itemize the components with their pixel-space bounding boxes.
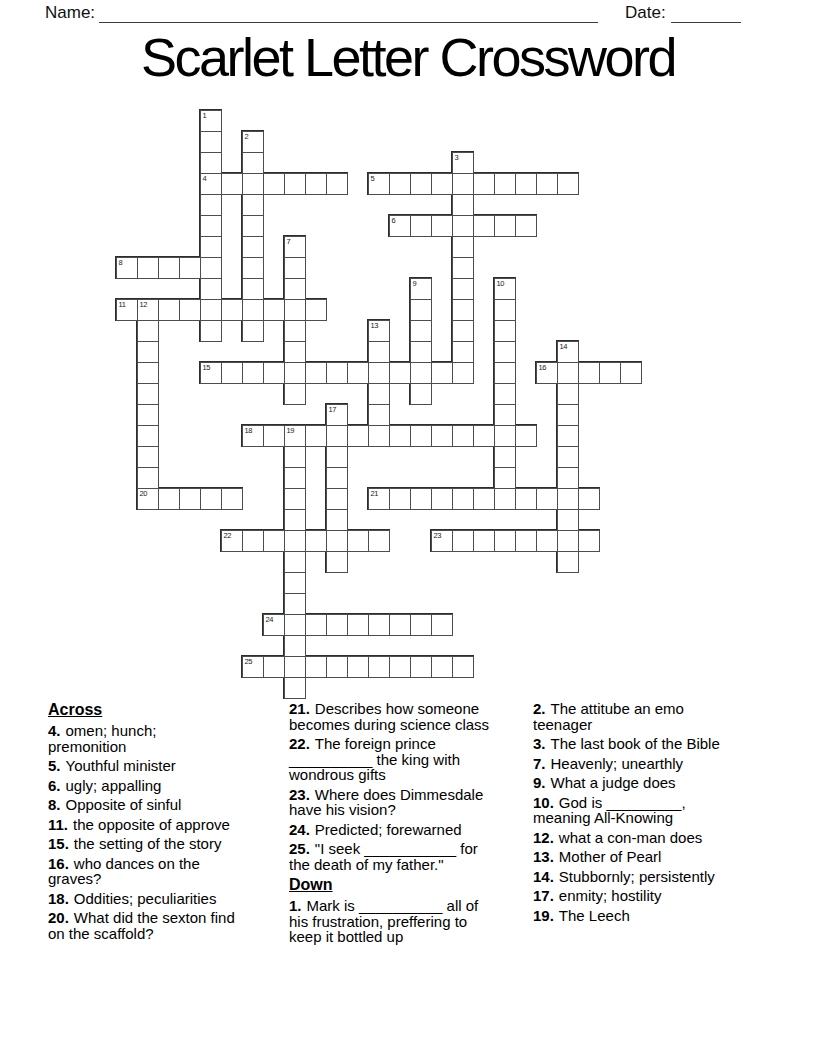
- grid-cell[interactable]: [410, 488, 432, 510]
- grid-cell[interactable]: [473, 425, 495, 447]
- grid-cell[interactable]: [410, 320, 432, 342]
- grid-cell[interactable]: [200, 152, 222, 174]
- clue-item: 11.the opposite of approve: [48, 817, 263, 833]
- clue-item-number: 1.: [289, 897, 302, 914]
- grid-cell[interactable]: [326, 656, 348, 678]
- clue-item-number: 19.: [533, 907, 554, 924]
- clue-item-number: 2.: [533, 700, 546, 717]
- grid-cell[interactable]: [347, 530, 369, 552]
- grid-cell[interactable]: 16: [536, 362, 558, 384]
- clue-item: 1.Mark is __________ all of his frustrat…: [289, 898, 507, 945]
- grid-cell[interactable]: 6: [389, 215, 411, 237]
- grid-cell[interactable]: [431, 656, 453, 678]
- clue-item-number: 11.: [48, 816, 68, 833]
- grid-cell[interactable]: [557, 404, 579, 426]
- grid-cell[interactable]: [242, 299, 264, 321]
- grid-cell[interactable]: [473, 530, 495, 552]
- clue-number: 25: [245, 658, 253, 666]
- clue-item: 5.Youthful minister: [48, 758, 263, 774]
- grid-cell[interactable]: [452, 215, 474, 237]
- grid-cell[interactable]: [347, 425, 369, 447]
- grid-cell[interactable]: [263, 299, 285, 321]
- grid-cell[interactable]: [284, 299, 306, 321]
- clue-item: 9.What a judge does: [533, 775, 757, 791]
- grid-cell[interactable]: [515, 173, 537, 195]
- grid-cell[interactable]: [368, 614, 390, 636]
- grid-cell[interactable]: [557, 362, 579, 384]
- grid-cell[interactable]: [284, 257, 306, 279]
- grid-cell[interactable]: [200, 299, 222, 321]
- grid-cell[interactable]: [368, 530, 390, 552]
- clue-item-text: who dances on the graves?: [48, 855, 200, 888]
- clue-item-number: 7.: [533, 755, 546, 772]
- clue-item: 14.Stubbornly; persistently: [533, 869, 757, 885]
- grid-cell[interactable]: [284, 341, 306, 363]
- worksheet-page: Name: Date: Scarlet Letter Crossword 142…: [0, 0, 816, 1056]
- grid-cell[interactable]: [368, 383, 390, 405]
- clue-item-number: 22.: [289, 735, 310, 752]
- clue-item-number: 15.: [48, 835, 69, 852]
- clue-item: 13.Mother of Pearl: [533, 849, 757, 865]
- clue-number: 7: [287, 238, 291, 246]
- grid-cell[interactable]: [494, 425, 516, 447]
- grid-cell[interactable]: [473, 215, 495, 237]
- grid-cell[interactable]: [305, 362, 327, 384]
- grid-cell[interactable]: [158, 299, 180, 321]
- grid-cell[interactable]: [284, 677, 306, 699]
- grid-cell[interactable]: [326, 530, 348, 552]
- grid-cell[interactable]: [137, 257, 159, 279]
- clue-item-text: Predicted; forewarned: [315, 821, 462, 838]
- grid-cell[interactable]: [284, 383, 306, 405]
- clue-item-number: 18.: [48, 890, 69, 907]
- clue-item-text: Describes how someone becomes during sci…: [289, 700, 489, 733]
- clue-item-text: The Leech: [559, 907, 630, 924]
- grid-cell[interactable]: [452, 488, 474, 510]
- grid-cell[interactable]: [284, 488, 306, 510]
- clue-item: 3.The last book of the Bible: [533, 736, 757, 752]
- grid-cell[interactable]: [452, 320, 474, 342]
- clue-number: 14: [560, 343, 568, 351]
- clue-number: 24: [266, 616, 274, 624]
- clue-item-number: 3.: [533, 735, 546, 752]
- grid-cell[interactable]: [515, 488, 537, 510]
- clue-number: 5: [371, 175, 375, 183]
- grid-cell[interactable]: [326, 467, 348, 489]
- clue-item-text: Mark is __________ all of his frustratio…: [289, 897, 478, 945]
- grid-cell[interactable]: [452, 362, 474, 384]
- grid-cell[interactable]: [347, 362, 369, 384]
- grid-cell[interactable]: [389, 488, 411, 510]
- grid-cell[interactable]: [305, 299, 327, 321]
- clue-section-header: Across: [48, 701, 263, 718]
- grid-cell[interactable]: [200, 215, 222, 237]
- grid-cell[interactable]: [242, 362, 264, 384]
- grid-cell[interactable]: [326, 446, 348, 468]
- grid-cell[interactable]: [578, 362, 600, 384]
- clue-number: 6: [392, 217, 396, 225]
- clue-item-number: 12.: [533, 829, 554, 846]
- grid-cell[interactable]: [137, 425, 159, 447]
- grid-cell[interactable]: [368, 341, 390, 363]
- grid-cell[interactable]: [494, 530, 516, 552]
- clue-column: 21.Describes how someone becomes during …: [289, 701, 507, 949]
- clue-item: 16.who dances on the graves?: [48, 856, 263, 887]
- clue-item-text: the setting of the story: [74, 835, 222, 852]
- clue-item-text: Opposite of sinful: [66, 796, 182, 813]
- clue-item: 25."I seek ___________ for the death of …: [289, 841, 507, 872]
- grid-cell[interactable]: [158, 488, 180, 510]
- grid-cell[interactable]: [137, 362, 159, 384]
- grid-cell[interactable]: [557, 425, 579, 447]
- grid-cell[interactable]: [578, 530, 600, 552]
- grid-cell[interactable]: [347, 656, 369, 678]
- grid-cell[interactable]: [242, 257, 264, 279]
- grid-cell[interactable]: 1: [200, 110, 222, 132]
- grid-cell[interactable]: [179, 488, 201, 510]
- grid-cell[interactable]: [326, 551, 348, 573]
- clue-item-number: 8.: [48, 796, 61, 813]
- grid-cell[interactable]: [305, 173, 327, 195]
- clue-item-text: Heavenly; unearthly: [551, 755, 684, 772]
- clue-column: 2.The attitube an emo teenager3.The last…: [533, 701, 757, 927]
- clue-number: 12: [140, 301, 148, 309]
- grid-cell[interactable]: [494, 215, 516, 237]
- clue-item: 7.Heavenly; unearthly: [533, 756, 757, 772]
- grid-cell[interactable]: [242, 530, 264, 552]
- grid-cell[interactable]: [137, 341, 159, 363]
- grid-cell[interactable]: [536, 530, 558, 552]
- grid-cell[interactable]: [410, 341, 432, 363]
- grid-cell[interactable]: [347, 614, 369, 636]
- grid-cell[interactable]: [242, 236, 264, 258]
- clue-number: 19: [287, 427, 295, 435]
- grid-cell[interactable]: 7: [284, 236, 306, 258]
- clue-item-text: Youthful minister: [66, 757, 176, 774]
- clue-number: 2: [245, 133, 249, 141]
- grid-cell[interactable]: 23: [431, 530, 453, 552]
- grid-cell[interactable]: [137, 404, 159, 426]
- grid-cell[interactable]: [431, 614, 453, 636]
- clue-number: 10: [497, 280, 505, 288]
- grid-cell[interactable]: [494, 488, 516, 510]
- clue-number: 1: [203, 112, 207, 120]
- grid-cell[interactable]: [305, 656, 327, 678]
- grid-cell[interactable]: [305, 530, 327, 552]
- grid-cell[interactable]: [284, 173, 306, 195]
- clue-item: 10.God is _________, meaning All-Knowing: [533, 795, 757, 826]
- grid-cell[interactable]: [284, 593, 306, 615]
- grid-cell[interactable]: 24: [263, 614, 285, 636]
- grid-cell[interactable]: [368, 656, 390, 678]
- grid-cell[interactable]: [221, 299, 243, 321]
- clue-item-text: The last book of the Bible: [551, 735, 720, 752]
- clue-item-text: the opposite of approve: [73, 816, 230, 833]
- grid-cell[interactable]: [200, 320, 222, 342]
- grid-cell[interactable]: [284, 572, 306, 594]
- grid-cell[interactable]: [284, 551, 306, 573]
- grid-cell[interactable]: [494, 341, 516, 363]
- grid-cell[interactable]: [620, 362, 642, 384]
- grid-cell[interactable]: [431, 425, 453, 447]
- grid-cell[interactable]: [137, 320, 159, 342]
- grid-cell[interactable]: [494, 383, 516, 405]
- grid-cell[interactable]: [284, 635, 306, 657]
- clue-item: 21.Describes how someone becomes during …: [289, 701, 507, 732]
- clue-item: 19.The Leech: [533, 908, 757, 924]
- grid-cell[interactable]: [452, 278, 474, 300]
- grid-cell[interactable]: 14: [557, 341, 579, 363]
- grid-cell[interactable]: [452, 236, 474, 258]
- clue-number: 16: [539, 364, 547, 372]
- grid-cell[interactable]: [557, 446, 579, 468]
- grid-cell[interactable]: [494, 173, 516, 195]
- grid-cell[interactable]: [200, 488, 222, 510]
- clue-number: 22: [224, 532, 232, 540]
- clue-item-text: What a judge does: [551, 774, 676, 791]
- grid-cell[interactable]: [263, 656, 285, 678]
- clue-item-number: 24.: [289, 821, 310, 838]
- grid-cell[interactable]: 4: [200, 173, 222, 195]
- grid-cell[interactable]: [179, 299, 201, 321]
- grid-cell[interactable]: [452, 530, 474, 552]
- clue-number: 15: [203, 364, 211, 372]
- grid-cell[interactable]: [137, 467, 159, 489]
- clue-item: 17.enmity; hostility: [533, 888, 757, 904]
- grid-cell[interactable]: 13: [368, 320, 390, 342]
- grid-cell[interactable]: [221, 362, 243, 384]
- grid-cell[interactable]: [263, 362, 285, 384]
- grid-cell[interactable]: [515, 425, 537, 447]
- grid-cell[interactable]: [242, 320, 264, 342]
- crossword-grid: 1423567891011122013141516171819212223242…: [0, 0, 816, 700]
- grid-cell[interactable]: [389, 425, 411, 447]
- grid-cell[interactable]: [494, 362, 516, 384]
- clue-number: 11: [119, 301, 126, 309]
- clue-item-text: The attitube an emo teenager: [533, 700, 684, 733]
- clue-number: 21: [371, 490, 379, 498]
- grid-cell[interactable]: [431, 488, 453, 510]
- grid-cell[interactable]: 20: [137, 488, 159, 510]
- grid-cell[interactable]: 17: [326, 404, 348, 426]
- grid-cell[interactable]: [389, 173, 411, 195]
- grid-cell[interactable]: [242, 152, 264, 174]
- grid-cell[interactable]: [452, 656, 474, 678]
- grid-cell[interactable]: [284, 278, 306, 300]
- grid-cell[interactable]: 22: [221, 530, 243, 552]
- clue-item-text: Oddities; peculiarities: [74, 890, 217, 907]
- clue-item: 20.What did the sexton find on the scaff…: [48, 910, 263, 941]
- grid-cell[interactable]: [452, 257, 474, 279]
- grid-cell[interactable]: 8: [116, 257, 138, 279]
- grid-cell[interactable]: [389, 614, 411, 636]
- clue-item-number: 25.: [289, 840, 310, 857]
- grid-cell[interactable]: 21: [368, 488, 390, 510]
- clue-number: 4: [203, 175, 207, 183]
- clue-number: 9: [413, 280, 417, 288]
- clue-item-number: 16.: [48, 855, 69, 872]
- clue-item-number: 21.: [289, 700, 310, 717]
- grid-cell[interactable]: 11: [116, 299, 138, 321]
- grid-cell[interactable]: [284, 530, 306, 552]
- clue-item-text: "I seek ___________ for the death of my …: [289, 840, 478, 873]
- clue-item: 2.The attitube an emo teenager: [533, 701, 757, 732]
- clue-item-text: omen; hunch; premonition: [48, 722, 156, 755]
- grid-cell[interactable]: 3: [452, 152, 474, 174]
- clue-number: 17: [329, 406, 337, 414]
- grid-cell[interactable]: [326, 614, 348, 636]
- grid-cell[interactable]: 25: [242, 656, 264, 678]
- grid-cell[interactable]: [326, 425, 348, 447]
- grid-cell[interactable]: [578, 488, 600, 510]
- clue-item: 8.Opposite of sinful: [48, 797, 263, 813]
- grid-cell[interactable]: [452, 425, 474, 447]
- grid-cell[interactable]: [557, 551, 579, 573]
- grid-cell[interactable]: [284, 467, 306, 489]
- clue-item-text: what a con-man does: [559, 829, 702, 846]
- grid-cell[interactable]: [452, 299, 474, 321]
- grid-cell[interactable]: [515, 530, 537, 552]
- grid-cell[interactable]: [305, 614, 327, 636]
- grid-cell[interactable]: [431, 215, 453, 237]
- grid-cell[interactable]: [179, 257, 201, 279]
- grid-cell[interactable]: [494, 299, 516, 321]
- grid-cell[interactable]: [263, 425, 285, 447]
- grid-cell[interactable]: [221, 488, 243, 510]
- grid-cell[interactable]: [473, 488, 495, 510]
- grid-cell[interactable]: [410, 425, 432, 447]
- clue-number: 18: [245, 427, 253, 435]
- grid-cell[interactable]: [368, 362, 390, 384]
- grid-cell[interactable]: 19: [284, 425, 306, 447]
- grid-cell[interactable]: [431, 173, 453, 195]
- clue-number: 8: [119, 259, 123, 267]
- grid-cell[interactable]: [284, 614, 306, 636]
- grid-cell[interactable]: [410, 299, 432, 321]
- grid-cell[interactable]: [284, 446, 306, 468]
- grid-cell[interactable]: [410, 173, 432, 195]
- clue-item: 6.ugly; appalling: [48, 778, 263, 794]
- grid-cell[interactable]: [431, 362, 453, 384]
- grid-cell[interactable]: [473, 173, 495, 195]
- grid-cell[interactable]: [368, 425, 390, 447]
- grid-cell[interactable]: [515, 215, 537, 237]
- grid-cell[interactable]: [326, 488, 348, 510]
- grid-cell[interactable]: [200, 236, 222, 258]
- clue-item-number: 4.: [48, 722, 61, 739]
- grid-cell[interactable]: [200, 257, 222, 279]
- clue-item-text: Stubbornly; persistently: [559, 868, 715, 885]
- grid-cell[interactable]: [410, 215, 432, 237]
- grid-cell[interactable]: [536, 488, 558, 510]
- clue-item-text: Mother of Pearl: [559, 848, 662, 865]
- grid-cell[interactable]: [200, 194, 222, 216]
- clue-item-text: ugly; appalling: [66, 777, 162, 794]
- grid-cell[interactable]: [305, 425, 327, 447]
- grid-cell[interactable]: [410, 614, 432, 636]
- clue-item: 24.Predicted; forewarned: [289, 822, 507, 838]
- grid-cell[interactable]: [452, 173, 474, 195]
- grid-cell[interactable]: [326, 362, 348, 384]
- clue-item-text: The foreign prince __________ the king w…: [289, 735, 460, 783]
- clue-item-number: 23.: [289, 786, 310, 803]
- grid-cell[interactable]: [137, 446, 159, 468]
- grid-cell[interactable]: [284, 362, 306, 384]
- grid-cell[interactable]: [242, 194, 264, 216]
- grid-cell[interactable]: [242, 173, 264, 195]
- grid-cell[interactable]: [221, 173, 243, 195]
- clue-item-number: 5.: [48, 757, 61, 774]
- grid-cell[interactable]: [263, 173, 285, 195]
- grid-cell[interactable]: [494, 404, 516, 426]
- grid-cell[interactable]: 12: [137, 299, 159, 321]
- grid-cell[interactable]: [389, 362, 411, 384]
- grid-cell[interactable]: 9: [410, 278, 432, 300]
- grid-cell[interactable]: [200, 131, 222, 153]
- grid-cell[interactable]: [137, 383, 159, 405]
- clue-item-number: 6.: [48, 777, 61, 794]
- grid-cell[interactable]: [452, 194, 474, 216]
- clue-section-header: Down: [289, 876, 507, 893]
- grid-cell[interactable]: [410, 362, 432, 384]
- clue-item-text: Where does Dimmesdale have his vision?: [289, 786, 483, 819]
- clue-number: 23: [434, 532, 442, 540]
- clue-number: 13: [371, 322, 379, 330]
- grid-cell[interactable]: 15: [200, 362, 222, 384]
- grid-cell[interactable]: 5: [368, 173, 390, 195]
- grid-cell[interactable]: [557, 173, 579, 195]
- grid-cell[interactable]: [284, 320, 306, 342]
- clue-number: 3: [455, 154, 459, 162]
- grid-cell[interactable]: [452, 341, 474, 363]
- grid-cell[interactable]: [494, 467, 516, 489]
- grid-cell[interactable]: [599, 362, 621, 384]
- grid-cell[interactable]: [494, 320, 516, 342]
- grid-cell[interactable]: [557, 530, 579, 552]
- clue-item: 23.Where does Dimmesdale have his vision…: [289, 787, 507, 818]
- grid-cell[interactable]: 10: [494, 278, 516, 300]
- grid-cell[interactable]: [326, 509, 348, 531]
- grid-cell[interactable]: [536, 173, 558, 195]
- grid-cell[interactable]: [200, 278, 222, 300]
- grid-cell[interactable]: [557, 509, 579, 531]
- grid-cell[interactable]: 2: [242, 131, 264, 153]
- grid-cell[interactable]: [284, 509, 306, 531]
- clue-item: 15.the setting of the story: [48, 836, 263, 852]
- grid-cell[interactable]: [557, 488, 579, 510]
- grid-cell[interactable]: [263, 530, 285, 552]
- grid-cell[interactable]: [389, 656, 411, 678]
- clue-item-number: 17.: [533, 887, 554, 904]
- grid-cell[interactable]: [368, 404, 390, 426]
- clue-item-text: enmity; hostility: [559, 887, 662, 904]
- grid-cell[interactable]: [326, 173, 348, 195]
- grid-cell[interactable]: 18: [242, 425, 264, 447]
- grid-cell[interactable]: [242, 215, 264, 237]
- grid-cell[interactable]: [410, 383, 432, 405]
- grid-cell[interactable]: [284, 656, 306, 678]
- grid-cell[interactable]: [242, 278, 264, 300]
- grid-cell[interactable]: [557, 467, 579, 489]
- grid-cell[interactable]: [410, 656, 432, 678]
- clue-item-number: 10.: [533, 794, 554, 811]
- clue-number: 20: [140, 490, 148, 498]
- grid-cell[interactable]: [494, 446, 516, 468]
- grid-cell[interactable]: [557, 383, 579, 405]
- clue-column: Across4.omen; hunch; premonition5.Youthf…: [48, 701, 263, 945]
- clue-item: 18.Oddities; peculiarities: [48, 891, 263, 907]
- grid-cell[interactable]: [158, 257, 180, 279]
